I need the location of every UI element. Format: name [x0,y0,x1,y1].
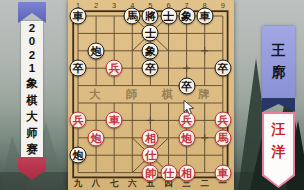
black-player-name: 王廓 [262,26,295,98]
banner-char: 赛 [26,142,38,157]
piece-red[interactable]: 兵 [70,112,87,129]
piece-red[interactable]: 仕 [160,164,177,181]
piece-red[interactable]: 車 [214,164,231,181]
piece-red[interactable]: 炮 [178,129,195,146]
piece-red[interactable]: 仕 [142,147,159,164]
river-text-char: 大 [89,87,101,102]
ribbon-body: 2021象棋大师赛 [21,21,43,158]
bottom-file-label: 二 [200,179,209,188]
piece-black[interactable]: 士 [160,8,177,25]
piece-black[interactable]: 車 [70,8,87,25]
piece-black[interactable]: 炮 [70,147,87,164]
banner-char: 0 [29,35,35,47]
river-text-char: 棋 [162,87,174,102]
top-file-number: 2 [94,2,98,10]
piece-red[interactable]: 相 [178,164,195,181]
banner-char: 大 [26,109,38,124]
red-player-name: 汪洋 [264,114,293,186]
piece-black[interactable]: 馬 [124,8,141,25]
piece-black[interactable]: 卒 [142,60,159,77]
xiangqi-board[interactable]: 123456789九八七六五四三二一大師棋牌車馬將士象車士炮象卒兵卒卒卒兵車兵兵… [68,0,234,190]
broadcast-frame: 123456789九八七六五四三二一大師棋牌車馬將士象車士炮象卒兵卒卒卒兵車兵兵… [0,0,304,190]
tournament-title: 2021象棋大师赛 [21,21,43,158]
river-text-char: 牌 [198,87,210,102]
bottom-file-label: 八 [92,179,101,188]
piece-red[interactable]: 相 [142,129,159,146]
top-file-number: 9 [221,2,225,10]
banner-char: 象 [26,76,38,91]
banner-char: 2 [29,22,35,34]
piece-black[interactable]: 炮 [88,42,105,59]
piece-black[interactable]: 卒 [70,60,87,77]
banner-char: 棋 [26,93,38,108]
piece-black[interactable]: 卒 [214,60,231,77]
bottom-file-label: 七 [110,179,119,188]
bottom-file-label: 九 [74,179,83,188]
player-banner-red: 汪洋 [262,112,295,188]
piece-black[interactable]: 象 [142,42,159,59]
banner-char: 2 [29,49,35,61]
piece-black[interactable]: 將 [142,8,159,25]
mouse-cursor-icon [183,100,195,116]
bottom-file-label: 六 [128,179,137,188]
player-banner-black: 王廓 [262,26,295,98]
player-banner-red-inner: 汪洋 [264,114,293,186]
banner-char: 汪 [272,121,286,139]
banner-char: 洋 [272,143,286,161]
piece-red[interactable]: 兵 [106,60,123,77]
piece-red[interactable]: 馬 [214,129,231,146]
piece-red[interactable]: 兵 [214,112,231,129]
banner-char: 廓 [272,64,286,82]
piece-black[interactable]: 車 [196,8,213,25]
piece-red[interactable]: 炮 [88,129,105,146]
top-file-number: 3 [112,2,116,10]
banner-char: 师 [26,126,38,141]
piece-black[interactable]: 卒 [178,77,195,94]
piece-black[interactable]: 象 [178,8,195,25]
piece-red[interactable]: 車 [106,112,123,129]
piece-red[interactable]: 帥 [142,164,159,181]
banner-char: 王 [272,42,286,60]
river-text-char: 師 [126,87,138,102]
piece-black[interactable]: 士 [142,25,159,42]
banner-char: 1 [29,62,35,74]
